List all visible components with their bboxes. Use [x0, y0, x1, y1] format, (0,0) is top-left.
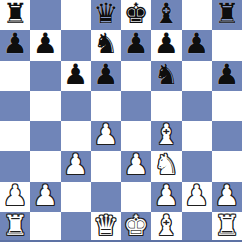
piece-black-pawn[interactable]: ♟ — [3, 30, 28, 58]
square-f4[interactable]: ♝ — [151, 121, 181, 151]
square-h5[interactable] — [212, 91, 242, 121]
piece-white-pawn[interactable]: ♟ — [3, 182, 28, 210]
square-d1[interactable]: ♛ — [91, 212, 121, 242]
square-f5[interactable] — [151, 91, 181, 121]
square-b7[interactable]: ♟ — [30, 30, 60, 60]
piece-black-pawn[interactable]: ♟ — [33, 30, 58, 58]
piece-black-pawn[interactable]: ♟ — [154, 30, 179, 58]
square-c2[interactable] — [61, 182, 91, 212]
square-e2[interactable] — [121, 182, 151, 212]
square-h6[interactable]: ♟ — [212, 61, 242, 91]
square-g3[interactable] — [182, 151, 212, 181]
chess-board: ♜♛♚♝♜♟♟♞♟♟♟♟♟♞♟♟♝♟♟♞♟♟♟♟♟♜♛♚♝♜ — [0, 0, 242, 242]
square-c4[interactable] — [61, 121, 91, 151]
piece-black-king[interactable]: ♚ — [124, 0, 149, 28]
piece-white-bishop[interactable]: ♝ — [154, 212, 179, 240]
square-g2[interactable]: ♟ — [182, 182, 212, 212]
piece-black-knight[interactable]: ♞ — [154, 61, 179, 89]
piece-white-bishop[interactable]: ♝ — [154, 121, 179, 149]
piece-black-rook[interactable]: ♜ — [3, 0, 28, 28]
square-f2[interactable]: ♟ — [151, 182, 181, 212]
piece-black-bishop[interactable]: ♝ — [154, 0, 179, 28]
square-e6[interactable] — [121, 61, 151, 91]
square-g7[interactable]: ♟ — [182, 30, 212, 60]
square-g1[interactable] — [182, 212, 212, 242]
piece-white-king[interactable]: ♚ — [124, 212, 149, 240]
piece-black-queen[interactable]: ♛ — [93, 0, 118, 28]
square-d3[interactable] — [91, 151, 121, 181]
square-e4[interactable] — [121, 121, 151, 151]
square-e7[interactable]: ♟ — [121, 30, 151, 60]
square-c6[interactable]: ♟ — [61, 61, 91, 91]
piece-black-pawn[interactable]: ♟ — [63, 61, 88, 89]
piece-white-pawn[interactable]: ♟ — [184, 182, 209, 210]
square-d7[interactable]: ♞ — [91, 30, 121, 60]
square-e3[interactable]: ♟ — [121, 151, 151, 181]
square-a1[interactable]: ♜ — [0, 212, 30, 242]
square-a5[interactable] — [0, 91, 30, 121]
square-d8[interactable]: ♛ — [91, 0, 121, 30]
square-g8[interactable] — [182, 0, 212, 30]
square-b6[interactable] — [30, 61, 60, 91]
square-a3[interactable] — [0, 151, 30, 181]
piece-white-pawn[interactable]: ♟ — [214, 182, 239, 210]
piece-white-knight[interactable]: ♞ — [154, 151, 179, 179]
square-b1[interactable] — [30, 212, 60, 242]
square-b8[interactable] — [30, 0, 60, 30]
piece-white-pawn[interactable]: ♟ — [154, 182, 179, 210]
square-h3[interactable] — [212, 151, 242, 181]
piece-black-pawn[interactable]: ♟ — [214, 61, 239, 89]
square-a6[interactable] — [0, 61, 30, 91]
piece-black-pawn[interactable]: ♟ — [93, 61, 118, 89]
square-h7[interactable] — [212, 30, 242, 60]
square-e1[interactable]: ♚ — [121, 212, 151, 242]
square-c1[interactable] — [61, 212, 91, 242]
square-b5[interactable] — [30, 91, 60, 121]
square-h4[interactable] — [212, 121, 242, 151]
square-b4[interactable] — [30, 121, 60, 151]
piece-black-pawn[interactable]: ♟ — [124, 30, 149, 58]
piece-white-rook[interactable]: ♜ — [214, 212, 239, 240]
square-d2[interactable] — [91, 182, 121, 212]
square-g4[interactable] — [182, 121, 212, 151]
square-f6[interactable]: ♞ — [151, 61, 181, 91]
square-e5[interactable] — [121, 91, 151, 121]
square-e8[interactable]: ♚ — [121, 0, 151, 30]
square-d5[interactable] — [91, 91, 121, 121]
square-h2[interactable]: ♟ — [212, 182, 242, 212]
square-a2[interactable]: ♟ — [0, 182, 30, 212]
piece-white-rook[interactable]: ♜ — [3, 212, 28, 240]
square-a7[interactable]: ♟ — [0, 30, 30, 60]
square-f7[interactable]: ♟ — [151, 30, 181, 60]
square-h8[interactable]: ♜ — [212, 0, 242, 30]
piece-white-pawn[interactable]: ♟ — [124, 151, 149, 179]
piece-black-pawn[interactable]: ♟ — [184, 30, 209, 58]
square-b2[interactable]: ♟ — [30, 182, 60, 212]
piece-black-knight[interactable]: ♞ — [93, 30, 118, 58]
square-f3[interactable]: ♞ — [151, 151, 181, 181]
square-c8[interactable] — [61, 0, 91, 30]
square-b3[interactable] — [30, 151, 60, 181]
square-c7[interactable] — [61, 30, 91, 60]
square-f1[interactable]: ♝ — [151, 212, 181, 242]
square-g6[interactable] — [182, 61, 212, 91]
square-g5[interactable] — [182, 91, 212, 121]
piece-white-pawn[interactable]: ♟ — [33, 182, 58, 210]
square-a4[interactable] — [0, 121, 30, 151]
square-h1[interactable]: ♜ — [212, 212, 242, 242]
square-c3[interactable]: ♟ — [61, 151, 91, 181]
square-a8[interactable]: ♜ — [0, 0, 30, 30]
piece-white-queen[interactable]: ♛ — [93, 212, 118, 240]
chess-board-wrapper: ♜♛♚♝♜♟♟♞♟♟♟♟♟♞♟♟♝♟♟♞♟♟♟♟♟♜♛♚♝♜ — [0, 0, 242, 242]
square-d6[interactable]: ♟ — [91, 61, 121, 91]
piece-black-rook[interactable]: ♜ — [214, 0, 239, 28]
piece-white-pawn[interactable]: ♟ — [93, 121, 118, 149]
square-d4[interactable]: ♟ — [91, 121, 121, 151]
piece-white-pawn[interactable]: ♟ — [63, 151, 88, 179]
square-f8[interactable]: ♝ — [151, 0, 181, 30]
square-c5[interactable] — [61, 91, 91, 121]
